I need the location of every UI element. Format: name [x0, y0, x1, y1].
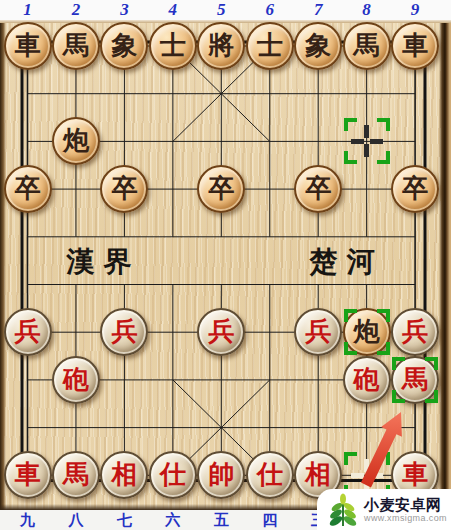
board-point[interactable]: 兵: [294, 308, 342, 356]
file-numeral-label: 八: [52, 510, 100, 530]
piece-glyph: 卒: [15, 167, 41, 211]
board-point[interactable]: [52, 261, 100, 309]
piece-glyph: 士: [160, 24, 186, 68]
piece-glyph: 炮: [63, 119, 89, 163]
board-point[interactable]: [245, 404, 293, 452]
piece-glyph: 馬: [354, 24, 380, 68]
piece-glyph: 炮: [354, 310, 380, 354]
piece-black-soldier[interactable]: 卒: [4, 165, 52, 213]
board-point[interactable]: [342, 213, 390, 261]
file-number-label: 3: [100, 0, 148, 20]
file-numeral-label: 五: [197, 510, 245, 530]
piece-glyph: 將: [208, 24, 234, 68]
board-point[interactable]: [149, 118, 197, 166]
board-point[interactable]: 兵: [391, 308, 439, 356]
watermark-site-url: www.xmsigma.com: [364, 513, 447, 524]
board-point[interactable]: [391, 404, 439, 452]
piece-glyph: 馬: [63, 453, 89, 497]
board-point[interactable]: 車: [391, 22, 439, 70]
board-point[interactable]: 卒: [100, 165, 148, 213]
piece-black-chariot[interactable]: 車: [391, 22, 439, 70]
board-point[interactable]: [52, 165, 100, 213]
board-point[interactable]: [245, 70, 293, 118]
board-point[interactable]: [149, 70, 197, 118]
piece-black-horse[interactable]: 馬: [52, 22, 100, 70]
xiangqi-board-screen: 123456789 漢界 楚河 車馬象士將士象馬車炮卒卒卒卒卒兵兵兵兵炮兵砲砲馬…: [0, 0, 451, 530]
piece-black-cannon[interactable]: 炮: [343, 308, 391, 356]
board-point[interactable]: 士: [149, 22, 197, 70]
piece-glyph: 兵: [305, 310, 331, 354]
piece-glyph: 兵: [111, 310, 137, 354]
board-point[interactable]: [342, 261, 390, 309]
piece-red-cannon[interactable]: 砲: [343, 356, 391, 404]
file-number-label: 7: [294, 0, 342, 20]
board-point[interactable]: 兵: [3, 308, 51, 356]
board-point[interactable]: [149, 404, 197, 452]
piece-black-chariot[interactable]: 車: [4, 22, 52, 70]
piece-glyph: 士: [257, 24, 283, 68]
board-point[interactable]: 卒: [294, 165, 342, 213]
piece-glyph: 仕: [257, 453, 283, 497]
board-point[interactable]: [52, 213, 100, 261]
board-point[interactable]: [197, 118, 245, 166]
board-point[interactable]: [245, 213, 293, 261]
piece-black-horse[interactable]: 馬: [343, 22, 391, 70]
board-point[interactable]: [294, 118, 342, 166]
board-point[interactable]: 砲: [342, 356, 390, 404]
file-numeral-label: 六: [149, 510, 197, 530]
board-point[interactable]: 相: [100, 451, 148, 499]
board-point[interactable]: [197, 70, 245, 118]
board-point[interactable]: [52, 404, 100, 452]
board-point[interactable]: [197, 404, 245, 452]
file-number-label: 2: [52, 0, 100, 20]
piece-red-soldier[interactable]: 兵: [197, 308, 245, 356]
board-point[interactable]: 兵: [197, 308, 245, 356]
board-point[interactable]: [294, 70, 342, 118]
board-point[interactable]: [100, 404, 148, 452]
board-point[interactable]: 卒: [197, 165, 245, 213]
board-point[interactable]: [100, 70, 148, 118]
piece-black-elephant[interactable]: 象: [100, 22, 148, 70]
board-point[interactable]: 仕: [149, 451, 197, 499]
piece-glyph: 砲: [63, 358, 89, 402]
piece-red-chariot[interactable]: 車: [4, 451, 52, 499]
board-point[interactable]: [149, 261, 197, 309]
piece-black-advisor[interactable]: 士: [149, 22, 197, 70]
file-number-label: 4: [149, 0, 197, 20]
board-point[interactable]: 士: [245, 22, 293, 70]
last-move-origin-crosshair: [351, 125, 383, 157]
file-numeral-label: 九: [3, 510, 51, 530]
board-point[interactable]: [197, 261, 245, 309]
board-point[interactable]: [342, 404, 390, 452]
board-point[interactable]: [149, 356, 197, 404]
piece-red-advisor[interactable]: 仕: [149, 451, 197, 499]
piece-glyph: 帥: [208, 453, 234, 497]
piece-glyph: 卒: [402, 167, 428, 211]
file-number-label: 5: [197, 0, 245, 20]
piece-black-elephant[interactable]: 象: [294, 22, 342, 70]
board-point[interactable]: 兵: [100, 308, 148, 356]
piece-glyph: 馬: [402, 358, 428, 402]
top-file-labels: 123456789: [3, 0, 439, 20]
piece-red-elephant[interactable]: 相: [100, 451, 148, 499]
board-point[interactable]: 將: [197, 22, 245, 70]
board-point[interactable]: 馬: [342, 22, 390, 70]
board-point[interactable]: [52, 70, 100, 118]
file-number-label: 6: [245, 0, 293, 20]
wheat-logo-icon: [325, 493, 361, 527]
board-point[interactable]: 砲: [52, 356, 100, 404]
board-point[interactable]: [3, 356, 51, 404]
board-point[interactable]: [100, 261, 148, 309]
watermark-site-name: 小麦安卓网: [364, 496, 447, 513]
board-point[interactable]: 卒: [3, 165, 51, 213]
board-point[interactable]: [294, 404, 342, 452]
piece-glyph: 卒: [208, 167, 234, 211]
piece-red-soldier[interactable]: 兵: [100, 308, 148, 356]
board-point[interactable]: [342, 165, 390, 213]
board-point[interactable]: [342, 118, 390, 166]
piece-glyph: 卒: [305, 167, 331, 211]
piece-red-horse[interactable]: 馬: [52, 451, 100, 499]
piece-black-soldier[interactable]: 卒: [100, 165, 148, 213]
board-point[interactable]: 車: [3, 451, 51, 499]
board-point[interactable]: [3, 213, 51, 261]
piece-glyph: 馬: [63, 24, 89, 68]
board-point[interactable]: [342, 70, 390, 118]
last-move-origin-crosshair: [351, 459, 383, 491]
board-point[interactable]: [245, 118, 293, 166]
piece-glyph: 兵: [208, 310, 234, 354]
piece-glyph: 兵: [15, 310, 41, 354]
board-point[interactable]: [149, 308, 197, 356]
file-number-label: 9: [391, 0, 439, 20]
piece-red-soldier[interactable]: 兵: [4, 308, 52, 356]
board-point[interactable]: [245, 261, 293, 309]
board-point[interactable]: [3, 261, 51, 309]
piece-black-advisor[interactable]: 士: [246, 22, 294, 70]
piece-black-soldier[interactable]: 卒: [294, 165, 342, 213]
piece-red-general[interactable]: 帥: [197, 451, 245, 499]
board-point[interactable]: 象: [100, 22, 148, 70]
file-number-label: 1: [3, 0, 51, 20]
board-point[interactable]: [3, 118, 51, 166]
board-point[interactable]: [294, 261, 342, 309]
board-point[interactable]: [197, 356, 245, 404]
board-point[interactable]: [391, 261, 439, 309]
board-point[interactable]: [245, 356, 293, 404]
board-point[interactable]: 象: [294, 22, 342, 70]
piece-red-advisor[interactable]: 仕: [246, 451, 294, 499]
piece-glyph: 仕: [160, 453, 186, 497]
board-point[interactable]: 炮: [52, 118, 100, 166]
piece-black-general[interactable]: 將: [197, 22, 245, 70]
piece-red-soldier[interactable]: 兵: [391, 308, 439, 356]
top-file-labels-strip: 123456789: [0, 0, 451, 20]
board-point[interactable]: 仕: [245, 451, 293, 499]
board-point[interactable]: 車: [3, 22, 51, 70]
board-point[interactable]: 馬: [52, 22, 100, 70]
board-point[interactable]: [245, 308, 293, 356]
piece-black-cannon[interactable]: 炮: [52, 117, 100, 165]
piece-red-soldier[interactable]: 兵: [294, 308, 342, 356]
board-point[interactable]: [3, 404, 51, 452]
piece-glyph: 車: [15, 24, 41, 68]
board-point[interactable]: 炮: [342, 308, 390, 356]
piece-red-cannon[interactable]: 砲: [52, 356, 100, 404]
piece-black-soldier[interactable]: 卒: [197, 165, 245, 213]
file-numeral-label: 四: [245, 510, 293, 530]
board-grid: 車馬象士將士象馬車炮卒卒卒卒卒兵兵兵兵炮兵砲砲馬車馬相仕帥仕相車: [3, 22, 439, 499]
board-point[interactable]: [3, 70, 51, 118]
board-point[interactable]: [149, 213, 197, 261]
file-numeral-label: 七: [100, 510, 148, 530]
piece-glyph: 車: [15, 453, 41, 497]
board-point[interactable]: [52, 308, 100, 356]
piece-black-soldier[interactable]: 卒: [391, 165, 439, 213]
watermark: 小麦安卓网 www.xmsigma.com: [317, 489, 451, 530]
board-point[interactable]: 帥: [197, 451, 245, 499]
board-point[interactable]: [391, 213, 439, 261]
board-point[interactable]: 馬: [391, 356, 439, 404]
board-point[interactable]: [294, 213, 342, 261]
piece-glyph: 象: [305, 24, 331, 68]
board-point[interactable]: [100, 356, 148, 404]
board-point[interactable]: [391, 70, 439, 118]
board-point[interactable]: [294, 356, 342, 404]
board-point[interactable]: [100, 118, 148, 166]
piece-glyph: 車: [402, 24, 428, 68]
piece-glyph: 兵: [402, 310, 428, 354]
board-point[interactable]: 卒: [391, 165, 439, 213]
piece-glyph: 象: [111, 24, 137, 68]
last-move-origin-marker: [344, 118, 390, 164]
piece-glyph: 相: [111, 453, 137, 497]
board-point[interactable]: [245, 165, 293, 213]
board-point[interactable]: [197, 213, 245, 261]
board-point[interactable]: [100, 213, 148, 261]
piece-glyph: 卒: [111, 167, 137, 211]
board-point[interactable]: [391, 118, 439, 166]
file-number-label: 8: [342, 0, 390, 20]
piece-glyph: 砲: [354, 358, 380, 402]
board-point[interactable]: [149, 165, 197, 213]
board-point[interactable]: 馬: [52, 451, 100, 499]
piece-red-horse[interactable]: 馬: [391, 356, 439, 404]
